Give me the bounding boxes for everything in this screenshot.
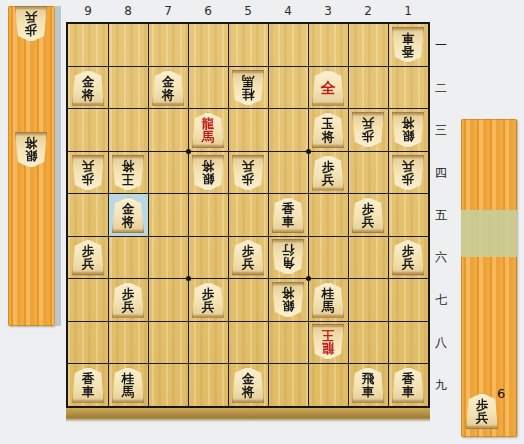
square-4九[interactable] (268, 364, 308, 406)
square-8六[interactable] (108, 236, 148, 278)
square-7七[interactable] (148, 279, 188, 321)
file-label-8: 8 (108, 4, 148, 18)
sente-hand-pawn-count: 6 (497, 386, 505, 401)
square-7五[interactable] (148, 194, 188, 236)
square-4八[interactable] (268, 321, 308, 363)
grid-line-h (68, 278, 428, 279)
piece-sente-kyosha-1九[interactable]: 香車 (392, 367, 424, 403)
grid-line-v (148, 24, 149, 406)
square-4一[interactable] (268, 24, 308, 66)
sente-hand-tray (461, 119, 517, 437)
square-2八[interactable] (348, 321, 388, 363)
grid-line-h (68, 236, 428, 237)
rank-label-9: 九 (433, 377, 449, 394)
hand-sente-fuhyo[interactable]: 歩兵 (466, 393, 498, 429)
star-point (306, 149, 311, 154)
file-label-2: 2 (348, 4, 388, 18)
square-5三[interactable] (228, 109, 268, 151)
piece-gote-ginsho-1三[interactable]: 銀将 (392, 112, 424, 148)
grid-line-v (348, 24, 349, 406)
grid-line-h (68, 193, 428, 194)
grid-line-h (68, 363, 428, 364)
shogi-board: 香車金将金将桂馬全龍馬玉将歩兵銀将歩兵王将銀将歩兵歩兵歩兵金将香車歩兵歩兵歩兵角… (66, 22, 430, 408)
square-8三[interactable] (108, 109, 148, 151)
square-4二[interactable] (268, 66, 308, 108)
hand-gote-fuhyo[interactable]: 歩兵 (15, 6, 47, 42)
square-7六[interactable] (148, 236, 188, 278)
piece-sente-fuhyo-3四[interactable]: 歩兵 (312, 155, 344, 191)
hand-gote-ginsho[interactable]: 銀将 (15, 132, 47, 168)
square-3六[interactable] (308, 236, 348, 278)
piece-sente-kinsho-7二[interactable]: 金将 (152, 70, 184, 106)
piece-gote-fuhyo-2三[interactable]: 歩兵 (352, 112, 384, 148)
piece-gote-fuhyo-9四[interactable]: 歩兵 (72, 155, 104, 191)
piece-sente-fuhyo-6七[interactable]: 歩兵 (192, 282, 224, 318)
piece-gote-fuhyo-5四[interactable]: 歩兵 (232, 155, 264, 191)
grid-line-h (68, 108, 428, 109)
square-1二[interactable] (388, 66, 428, 108)
square-6八[interactable] (188, 321, 228, 363)
square-4三[interactable] (268, 109, 308, 151)
square-5八[interactable] (228, 321, 268, 363)
grid-line-h (68, 151, 428, 152)
square-8八[interactable] (108, 321, 148, 363)
rank-label-2: 二 (433, 80, 449, 97)
square-5七[interactable] (228, 279, 268, 321)
piece-sente-fuhyo-2五[interactable]: 歩兵 (352, 197, 384, 233)
grid-line-v (308, 24, 309, 406)
piece-gote-ginsho-6四[interactable]: 銀将 (192, 155, 224, 191)
grid-line-h (68, 321, 428, 322)
star-point (186, 149, 191, 154)
square-7四[interactable] (148, 151, 188, 193)
rank-label-1: 一 (433, 37, 449, 54)
rank-label-4: 四 (433, 165, 449, 182)
piece-sente-fuhyo-9六[interactable]: 歩兵 (72, 239, 104, 275)
square-4四[interactable] (268, 151, 308, 193)
rank-label-3: 三 (433, 122, 449, 139)
piece-sente-kinsho-9二[interactable]: 金将 (72, 70, 104, 106)
file-label-7: 7 (148, 4, 188, 18)
file-label-6: 6 (188, 4, 228, 18)
grid-line-v (268, 24, 269, 406)
grid-line-v (188, 24, 189, 406)
piece-gote-ginsho-4七[interactable]: 銀将 (272, 282, 304, 318)
square-7八[interactable] (148, 321, 188, 363)
square-1七[interactable] (388, 279, 428, 321)
piece-sente-keima-8九[interactable]: 桂馬 (112, 367, 144, 403)
grid-line-v (108, 24, 109, 406)
square-6九[interactable] (188, 364, 228, 406)
square-6五[interactable] (188, 194, 228, 236)
square-5一[interactable] (228, 24, 268, 66)
piece-gote-keima-5二[interactable]: 桂馬 (232, 70, 264, 106)
tray-edge-strip (55, 6, 61, 326)
square-9五[interactable] (68, 194, 108, 236)
square-9八[interactable] (68, 321, 108, 363)
square-7一[interactable] (148, 24, 188, 66)
square-7三[interactable] (148, 109, 188, 151)
square-2六[interactable] (348, 236, 388, 278)
piece-sente-fuhyo-8七[interactable]: 歩兵 (112, 282, 144, 318)
file-label-3: 3 (308, 4, 348, 18)
rank-label-8: 八 (433, 334, 449, 351)
square-5五[interactable] (228, 194, 268, 236)
square-2一[interactable] (348, 24, 388, 66)
piece-sente-narigin-3二[interactable]: 全 (312, 70, 344, 106)
square-6二[interactable] (188, 66, 228, 108)
square-3五[interactable] (308, 194, 348, 236)
gold-slot-highlight (461, 210, 517, 257)
square-2四[interactable] (348, 151, 388, 193)
square-3一[interactable] (308, 24, 348, 66)
piece-sente-kyosha-9九[interactable]: 香車 (72, 367, 104, 403)
square-2七[interactable] (348, 279, 388, 321)
file-label-5: 5 (228, 4, 268, 18)
grid-line-v (228, 24, 229, 406)
rank-label-5: 五 (433, 207, 449, 224)
piece-sente-ryume-6三[interactable]: 龍馬 (192, 112, 224, 148)
square-1八[interactable] (388, 321, 428, 363)
grid-line-v (388, 24, 389, 406)
square-9一[interactable] (68, 24, 108, 66)
grid-line-h (68, 66, 428, 67)
piece-sente-hisha-2九[interactable]: 飛車 (352, 367, 384, 403)
piece-gote-osho-8四[interactable]: 王将 (112, 155, 144, 191)
piece-sente-fuhyo-1六[interactable]: 歩兵 (392, 239, 424, 275)
piece-sente-gyokusho-3三[interactable]: 玉将 (312, 112, 344, 148)
board-bottom-edge (66, 408, 430, 422)
file-label-1: 1 (388, 4, 428, 18)
piece-sente-fuhyo-5六[interactable]: 歩兵 (232, 239, 264, 275)
square-7九[interactable] (148, 364, 188, 406)
square-6一[interactable] (188, 24, 228, 66)
file-label-4: 4 (268, 4, 308, 18)
star-point (306, 276, 311, 281)
shogi-app-screen: { "game": "shogi", "position": { "sfen":… (0, 0, 524, 444)
square-1五[interactable] (388, 194, 428, 236)
square-6六[interactable] (188, 236, 228, 278)
piece-sente-keima-3七[interactable]: 桂馬 (312, 282, 344, 318)
star-point (186, 276, 191, 281)
square-9七[interactable] (68, 279, 108, 321)
square-8一[interactable] (108, 24, 148, 66)
square-3九[interactable] (308, 364, 348, 406)
square-9三[interactable] (68, 109, 108, 151)
piece-sente-kyosha-4五[interactable]: 香車 (272, 197, 304, 233)
piece-gote-fuhyo-1四[interactable]: 歩兵 (392, 155, 424, 191)
rank-label-6: 六 (433, 249, 449, 266)
file-label-9: 9 (68, 4, 108, 18)
square-8二[interactable] (108, 66, 148, 108)
square-2二[interactable] (348, 66, 388, 108)
rank-label-7: 七 (433, 292, 449, 309)
piece-sente-kinsho-8五[interactable]: 金将 (112, 197, 144, 233)
piece-sente-kinsho-5九[interactable]: 金将 (232, 367, 264, 403)
